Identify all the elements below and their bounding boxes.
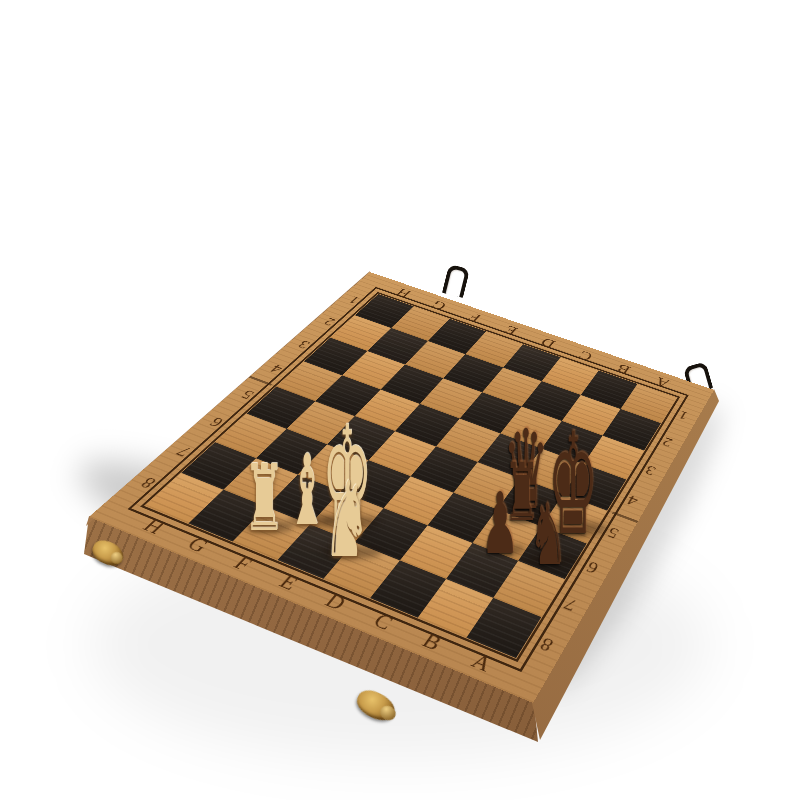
brass-clasp-icon <box>89 536 127 569</box>
hinge-icon <box>442 264 471 298</box>
board: HH11GG22FF33EE44DD55CC66BB77AA88 <box>89 272 714 703</box>
piece-white-rook[interactable]: ♜ <box>234 453 294 545</box>
brass-clasp-icon <box>353 685 400 725</box>
piece-white-knight[interactable]: ♞ <box>317 468 377 573</box>
fold-seam-left <box>249 376 272 386</box>
piece-black-knight[interactable]: ♞ <box>518 492 578 577</box>
fold-seam-right <box>612 512 638 523</box>
